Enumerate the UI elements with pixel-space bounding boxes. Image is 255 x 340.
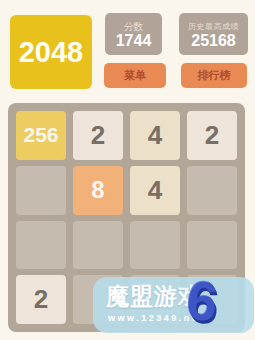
- tile-4-r2c3: 4: [130, 166, 180, 215]
- logo-2048: 2048: [10, 15, 92, 89]
- tile-2-r4c1: 2: [16, 275, 66, 324]
- tile-256-r1c1: 256: [16, 111, 66, 160]
- empty-cell-r3c4: [187, 221, 237, 270]
- tile-2-r1c4: 2: [187, 111, 237, 160]
- best-score-value: 25168: [191, 32, 236, 49]
- best-score-label: 历史最高成绩: [188, 21, 239, 32]
- watermark: 魔盟游戏 www.12349.net 6: [93, 277, 254, 333]
- menu-button[interactable]: 菜单: [104, 63, 166, 88]
- tile-8-r2c2: 8: [73, 166, 123, 215]
- tile-4-r1c3: 4: [130, 111, 180, 160]
- logo-text: 2048: [19, 36, 84, 69]
- best-score-box: 历史最高成绩 25168: [179, 13, 248, 55]
- empty-cell-r3c3: [130, 221, 180, 270]
- empty-cell-r3c1: [16, 221, 66, 270]
- score-label: 分数: [124, 21, 144, 32]
- empty-cell-r2c4: [187, 166, 237, 215]
- leaderboard-button[interactable]: 排行榜: [181, 63, 247, 88]
- empty-cell-r2c1: [16, 166, 66, 215]
- empty-cell-r3c2: [73, 221, 123, 270]
- score-value: 1744: [116, 32, 152, 49]
- score-box: 分数 1744: [105, 13, 162, 55]
- tile-2-r1c2: 2: [73, 111, 123, 160]
- blue-6-logo-icon: 6: [183, 267, 221, 334]
